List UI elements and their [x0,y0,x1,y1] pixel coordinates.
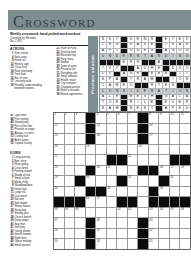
main-grid-cell[interactable] [75,124,85,134]
solution-grid-cell: O [177,77,183,82]
main-grid-block-cell [180,155,190,165]
main-grid-cell[interactable] [128,124,138,134]
clue-number: 43 [149,208,152,211]
main-grid-cell[interactable]: 22 [128,155,138,165]
solution-letter: E [165,84,167,87]
main-grid-cell[interactable]: 15 [54,134,64,144]
main-grid-cell[interactable]: 5 [107,113,117,123]
solution-grid-cell: M [128,95,134,100]
main-grid-block-cell [86,124,96,134]
solution-letter: C [102,84,104,87]
main-grid-cell[interactable]: 31 [128,176,138,186]
main-grid-cell[interactable] [75,166,85,176]
solution-grid-cell: E [177,37,183,42]
solution-letter: O [179,90,182,93]
main-grid-block-cell [170,155,180,165]
puzzle-meta: Weekly crossword: hand-picked word worko… [10,33,88,46]
main-grid-cell[interactable] [180,124,190,134]
main-grid-cell[interactable] [159,229,169,239]
solution-letter: E [137,95,139,98]
clue-number: 7 [128,113,130,116]
main-grid-cell[interactable] [86,155,96,165]
main-grid-cell[interactable] [159,239,169,249]
solution-letter: R [137,61,139,64]
main-grid-cell[interactable] [159,218,169,228]
main-grid-cell[interactable] [65,145,75,155]
main-grid-cell[interactable]: 43 [149,208,159,218]
clue-item-text: Small quarrel [14,244,51,247]
solution-letter: T [151,107,153,110]
solution-grid-cell: E [107,43,113,48]
solution-grid-cell: X [107,72,113,77]
main-grid-cell[interactable]: 49 [149,218,159,228]
main-grid-cell[interactable] [117,166,127,176]
clue-number: 22 [128,155,131,158]
main-grid-cell[interactable]: 36 [86,197,96,207]
solution-letter: K [109,38,111,41]
main-grid-cell[interactable] [170,145,180,155]
clue-number: 15 [55,134,58,137]
main-grid-cell[interactable] [65,166,75,176]
solution-letter: S [102,78,104,81]
main-grid-cell[interactable]: 25 [107,166,117,176]
main-grid-cell[interactable]: 33 [54,187,64,197]
main-grid-cell[interactable] [96,155,106,165]
main-grid-cell[interactable] [180,187,190,197]
main-grid-cell[interactable] [180,176,190,186]
main-grid-cell[interactable] [75,229,85,239]
solution-letter: I [173,55,174,58]
solution-grid-cell [156,100,162,105]
solution-letter: M [151,78,154,81]
main-grid: 1234567891011121314151617181920212223242… [53,112,191,250]
solution-grid-cell: S [100,77,106,82]
main-grid-cell[interactable] [107,145,117,155]
divider-rule [10,45,88,46]
main-grid-cell[interactable] [128,229,138,239]
main-grid-cell[interactable]: 1 [54,113,64,123]
main-grid-block-cell [170,197,180,207]
main-grid-cell[interactable] [75,239,85,249]
solution-letter: B [165,72,167,75]
solution-letter: I [138,101,139,104]
main-grid-cell[interactable] [107,229,117,239]
main-grid-cell[interactable]: 41 [117,208,127,218]
main-grid-cell[interactable]: 11 [180,113,190,123]
clue-number: 13 [97,124,100,127]
main-grid-block-cell [96,187,106,197]
solution-grid-cell: N [107,54,113,59]
clue-item-number: 38 [56,93,60,96]
main-grid-cell[interactable] [107,218,117,228]
main-grid-cell[interactable]: 3 [75,113,85,123]
solution-grid-cell: E [177,100,183,105]
main-grid-cell[interactable] [96,145,106,155]
clue-number: 47 [55,219,58,222]
clue-number: 44 [160,208,163,211]
solution-letter: R [151,90,153,93]
solution-grid-cell [163,77,169,82]
main-grid-block-cell [180,197,190,207]
main-grid-cell[interactable] [170,239,180,249]
solution-grid-cell: G [184,49,190,54]
main-grid-block-cell [75,197,85,207]
solution-letter: N [144,38,146,41]
solution-letter: X [109,72,111,75]
main-grid-cell[interactable] [65,229,75,239]
solution-grid-cell: A [142,77,148,82]
solution-grid-cell: A [156,60,162,65]
main-grid-cell[interactable]: 34 [107,187,117,197]
solution-grid-cell: A [100,49,106,54]
main-grid-cell[interactable]: 45 [170,208,180,218]
main-grid-block-cell [86,166,96,176]
main-grid-cell[interactable] [65,218,75,228]
main-grid-cell[interactable] [107,176,117,186]
solution-grid-cell: N [128,106,134,111]
clue-number: 54 [97,240,100,243]
solution-grid-cell: O [177,89,183,94]
main-grid-cell[interactable]: 46 [180,208,190,218]
main-grid-cell[interactable] [128,239,138,249]
solution-grid-cell [121,106,127,111]
main-grid-cell[interactable]: 26 [159,166,169,176]
main-grid-block-cell [117,176,127,186]
solution-letter: D [186,38,188,41]
clue-number: 38 [55,208,58,211]
main-grid-cell[interactable] [170,124,180,134]
solution-grid-cell: Y [170,37,176,42]
main-grid-cell[interactable] [138,155,148,165]
main-grid-cell[interactable] [128,145,138,155]
main-grid-cell[interactable] [117,187,127,197]
solution-grid-cell: T [100,100,106,105]
solution-grid-cell: N [184,89,190,94]
main-grid-cell[interactable] [159,134,169,144]
main-grid-cell[interactable] [75,218,85,228]
solution-grid-cell: R [184,43,190,48]
clue-number: 37 [97,197,100,200]
main-grid-cell[interactable]: 9 [159,113,169,123]
main-grid-cell[interactable]: 42 [128,208,138,218]
main-grid-cell[interactable]: 53 [54,239,64,249]
main-grid-cell[interactable] [180,239,190,249]
solution-grid-cell: I [170,89,176,94]
main-grid-cell[interactable] [170,187,180,197]
solution-letter: E [137,72,139,75]
clue-number: 30 [86,176,89,179]
main-grid-cell[interactable] [180,218,190,228]
main-grid-cell[interactable]: 14 [149,124,159,134]
main-grid-cell[interactable] [65,155,75,165]
solution-grid-cell: I [135,100,141,105]
main-grid-cell[interactable]: 17 [149,134,159,144]
clue-number: 28 [181,166,184,169]
solution-letter: S [172,84,174,87]
solution-grid-cell: N [142,37,148,42]
solution-grid-cell: R [184,100,190,105]
solution-grid-cell: S [149,37,155,42]
solution-letter: O [179,49,182,52]
main-grid-cell[interactable] [180,134,190,144]
solution-letter: C [144,67,146,70]
main-grid-cell[interactable] [65,239,75,249]
solution-grid-cell: E [121,60,127,65]
main-grid-cell[interactable]: 40 [75,208,85,218]
solution-letter: E [137,107,139,110]
main-grid-cell[interactable] [107,239,117,249]
main-grid-cell[interactable]: 2 [65,113,75,123]
main-grid-block-cell [138,229,148,239]
solution-grid-cell: E [142,49,148,54]
clue-number: 50 [55,229,58,232]
main-grid-cell[interactable] [107,134,117,144]
main-grid-cell[interactable]: 21 [54,155,64,165]
solution-grid-cell: D [128,37,134,42]
solution-grid-cell: E [149,72,155,77]
lower-clue-column: 47Light beer48Fine netting49Grand party5… [10,114,51,256]
solution-grid-cell [142,60,148,65]
main-grid-cell[interactable]: 50 [54,229,64,239]
clue-item: 55Copied closely [10,142,51,145]
main-grid-cell[interactable] [75,145,85,155]
clue-number: 40 [76,208,79,211]
solution-grid-cell [156,77,162,82]
solution-grid-cell: S [142,95,148,100]
main-grid-cell[interactable] [65,124,75,134]
main-grid-cell[interactable] [170,218,180,228]
main-grid-cell[interactable] [170,134,180,144]
main-grid-cell[interactable] [96,176,106,186]
solution-letter: E [109,43,111,46]
solution-grid-cell: U [177,66,183,71]
main-grid-cell[interactable] [75,155,85,165]
main-grid-cell[interactable] [107,208,117,218]
clue-item-text: Copied closely [14,142,51,145]
solution-letter: L [179,95,181,98]
solution-grid-cell: T [142,54,148,59]
clue-number: 31 [128,176,131,179]
main-grid-block-cell [138,113,148,123]
solution-grid-cell [163,66,169,71]
main-grid-cell[interactable] [117,145,127,155]
clue-number: 33 [55,187,58,190]
main-grid-cell[interactable] [138,197,148,207]
solution-grid-cell: D [114,54,120,59]
main-grid-cell[interactable]: 55 [149,239,159,249]
solution-letter: R [151,84,153,87]
main-grid-cell[interactable] [117,124,127,134]
main-grid-cell[interactable] [117,239,127,249]
main-grid-cell[interactable]: 23 [54,166,64,176]
solution-grid-cell [121,49,127,54]
solution-letter: Y [158,84,160,87]
solution-grid-cell: A [163,49,169,54]
solution-letter: A [158,61,160,64]
main-grid-cell[interactable]: 37 [96,197,106,207]
main-grid-block-cell [159,197,169,207]
main-grid-cell[interactable]: 13 [96,124,106,134]
clue-number: 36 [86,197,89,200]
main-grid-cell[interactable]: 54 [96,239,106,249]
solution-letter: E [165,101,167,104]
main-grid-cell[interactable] [180,229,190,239]
solution-grid-cell: N [156,54,162,59]
clue-item: 46Small quarrel [10,244,51,247]
main-grid-cell[interactable]: 52 [149,229,159,239]
main-grid-cell[interactable] [128,187,138,197]
solution-letter: Y [116,38,118,41]
main-grid-cell[interactable] [138,176,148,186]
across-column-1-wrap: ACROSS 1Sum risked4Solo song8Hired car12… [10,47,52,111]
clue-number: 16 [97,134,100,137]
main-grid-cell[interactable]: 16 [96,134,106,144]
clue-number: 27 [170,166,173,169]
clue-number: 42 [128,208,131,211]
solution-grid-cell: R [128,100,134,105]
main-grid-cell[interactable]: 48 [96,218,106,228]
main-grid-cell[interactable]: 44 [159,208,169,218]
main-grid-cell[interactable]: 51 [96,229,106,239]
solution-grid-cell: B [163,72,169,77]
solution-letter: E [151,72,153,75]
solution-grid-cell: I [177,72,183,77]
solution-letter: I [173,78,174,81]
solution-grid-cell [121,100,127,105]
main-grid-cell[interactable]: 32 [170,176,180,186]
solution-grid-cell: E [121,83,127,88]
main-grid-cell[interactable] [149,145,159,155]
main-grid-cell[interactable] [75,134,85,144]
main-grid-cell[interactable]: 29 [54,176,64,186]
main-grid-cell[interactable]: 39 [65,208,75,218]
solution-letter: S [151,38,153,41]
solution-grid-cell: R [149,89,155,94]
clue-number: 23 [55,166,58,169]
main-grid-cell[interactable] [138,208,148,218]
main-grid-cell[interactable] [65,187,75,197]
main-grid-cell[interactable] [86,208,96,218]
main-grid-block-cell [149,197,159,207]
main-grid-cell[interactable] [65,176,75,186]
main-grid-cell[interactable]: 20 [138,145,148,155]
main-grid-cell[interactable] [117,134,127,144]
main-grid-cell[interactable] [180,145,190,155]
main-grid-cell[interactable] [107,197,117,207]
main-grid-cell[interactable]: 47 [54,218,64,228]
main-grid-block-cell [117,155,127,165]
main-grid-cell[interactable]: 8 [149,113,159,123]
main-grid-cell[interactable] [128,218,138,228]
solution-grid-cell: S [100,37,106,42]
solution-letter: R [186,101,188,104]
solution-letter: O [130,84,133,87]
solution-grid-cell [163,60,169,65]
main-grid-cell[interactable]: 27 [170,166,180,176]
main-grid-cell[interactable] [159,124,169,134]
main-grid-cell[interactable]: 19 [86,145,96,155]
main-grid-cell[interactable]: 18 [54,145,64,155]
solution-letter: I [173,90,174,93]
solution-grid-cell [149,60,155,65]
puzzle-number: No. 2,481 [10,40,88,43]
main-grid-cell[interactable]: 7 [128,113,138,123]
solution-grid-cell: R [142,43,148,48]
clue-item-number: 55 [10,142,14,145]
main-grid-cell[interactable]: 12 [54,124,64,134]
main-grid-cell[interactable]: 28 [180,166,190,176]
main-grid-cell[interactable] [149,155,159,165]
main-grid-cell[interactable] [117,229,127,239]
down-header: DOWN [10,151,51,155]
main-grid-cell[interactable] [96,208,106,218]
main-grid-cell[interactable] [159,155,169,165]
solution-grid-cell: D [184,37,190,42]
solution-grid-cell: P [107,77,113,82]
solution-letter: R [130,101,132,104]
main-grid-cell[interactable]: 35 [159,187,169,197]
solution-letter: T [116,49,118,52]
solution-grid: SKYDENSEYEDLEGRARETSARAPTODESAGOGUNDERST… [99,36,191,112]
main-grid-cell[interactable]: 30 [86,176,96,186]
main-grid-cell[interactable]: 4 [96,113,106,123]
solution-grid-cell: E [163,100,169,105]
main-grid-block-cell [128,197,138,207]
solution-letter: D [172,67,174,70]
solution-letter: S [137,55,139,58]
solution-letter: N [116,90,118,93]
solution-letter: N [186,90,188,93]
solution-grid-cell: C [100,83,106,88]
clue-number: 17 [149,134,152,137]
solution-letter: G [172,49,175,52]
solution-letter: D [137,49,139,52]
solution-grid-cell [156,95,162,100]
main-grid-cell[interactable] [159,145,169,155]
main-grid-cell[interactable] [128,134,138,144]
solution-grid-cell: E [135,95,141,100]
solution-grid-cell [177,83,183,88]
solution-letter: S [144,107,146,110]
main-grid-block-cell [149,187,159,197]
solution-letter: O [102,72,105,75]
main-grid-cell[interactable] [75,187,85,197]
main-grid-cell[interactable] [65,134,75,144]
solution-letter: L [144,101,146,104]
across-header: ACROSS [10,47,52,51]
main-grid-block-cell [86,113,96,123]
solution-grid-cell: T [149,106,155,111]
clue-item: 38Mutual agreement [56,93,87,96]
main-grid-cell[interactable] [107,124,117,134]
solution-grid-cell: A [156,89,162,94]
solution-letter: A [151,55,153,58]
main-grid-cell[interactable]: 38 [54,208,64,218]
main-grid-cell[interactable] [149,176,159,186]
main-grid-cell[interactable]: 24 [96,166,106,176]
solution-letter: H [151,67,153,70]
solution-grid-cell: C [100,89,106,94]
main-grid-cell[interactable] [117,218,127,228]
solution-letter: Y [172,38,174,41]
main-grid-cell[interactable] [138,187,148,197]
main-grid-cell[interactable] [128,166,138,176]
main-grid-cell[interactable] [170,229,180,239]
solution-letter: R [186,43,188,46]
main-grid-cell[interactable]: 6 [117,113,127,123]
main-grid-cell[interactable]: 10 [170,113,180,123]
solution-letter: A [109,107,111,110]
